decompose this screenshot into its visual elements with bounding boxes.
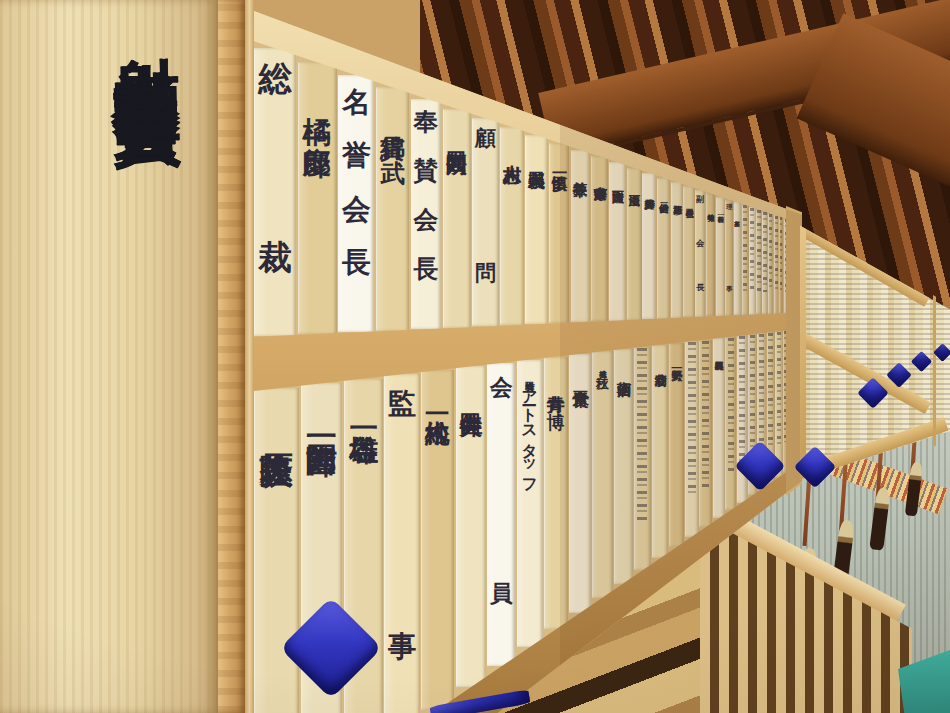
title-slat: 総裁 [254, 48, 296, 336]
slat-char: 会 [414, 203, 439, 236]
board-left-frame-edge [244, 0, 254, 713]
slat-char: 会 [342, 190, 371, 230]
slat-char: 監 [388, 385, 417, 423]
slat-char: 問 [475, 259, 496, 287]
slat-text: 綿貫 武 [379, 116, 407, 141]
slat-char: 会 [490, 372, 513, 403]
title-slat: 名誉会長 [338, 75, 374, 332]
title-slat: 顧問 [472, 118, 498, 326]
frame-post [218, 0, 245, 713]
slat-char: 事 [388, 628, 417, 666]
title-slat: 会員 [487, 363, 515, 667]
slat-char: 奉 [414, 105, 439, 138]
name-slat: 荻原隆夫 [254, 388, 299, 713]
title-slat: 奉賛会長 [411, 99, 442, 330]
name-slat: 田井佳夫 [456, 366, 487, 687]
photo-stage: 総裁橘 慶一郎名誉会長綿貫 武奉賛会長穴田甚朗顧問川村人志永田義邦多田慎一笠井千… [0, 0, 950, 713]
name-slat: 川村人志 [500, 127, 524, 325]
slat-char: 総 [258, 57, 292, 102]
slat-char: 誉 [342, 136, 371, 176]
slat-text: 橘 慶一郎 [301, 95, 333, 124]
shrine-title-calligraphy: 射水神社奉賛会会員 [21, 2, 198, 709]
name-slat: 穴田甚朗 [443, 109, 471, 328]
slat-char: 賛 [414, 154, 439, 187]
board2-middle-rail [794, 330, 931, 414]
name-slat: 橘 慶一郎 [298, 62, 337, 334]
slat-char: 員 [490, 578, 513, 609]
title-plank: 射水神社奉賛会会員 [0, 0, 218, 713]
name-slat: 有限会社アートスタッフ [517, 360, 543, 648]
title-slat: 監事 [384, 374, 420, 713]
name-slat: 松木純一 [421, 370, 454, 710]
donor-board-3 [933, 295, 950, 457]
name-slat: 永田義邦 [525, 135, 548, 324]
slat-char: 裁 [258, 236, 292, 281]
slat-char: 顧 [475, 124, 496, 152]
name-slat: 綿貫 武 [376, 87, 409, 330]
slat-char: 長 [342, 243, 371, 283]
slat-text: アートスタッフ [521, 379, 538, 486]
slat-char: 名 [342, 83, 371, 123]
slat-char: 長 [414, 252, 439, 285]
